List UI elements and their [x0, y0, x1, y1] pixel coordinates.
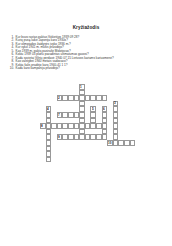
- cell-number: 7: [58, 113, 60, 116]
- grid-cell: [74, 134, 80, 140]
- grid-cell: [74, 112, 80, 118]
- cell-number: 2: [58, 96, 60, 99]
- crossword-grid: 12345678910: [40, 84, 136, 163]
- grid-cell-numbered: 10: [107, 140, 113, 146]
- cell-number: 3: [114, 101, 116, 104]
- grid-cell: [102, 95, 108, 101]
- clue-number: 10.: [9, 67, 14, 71]
- cell-number: 10: [108, 141, 111, 144]
- grid-cell: [74, 123, 80, 129]
- page-title: Kryžiažodis: [0, 25, 172, 30]
- clue-list: 1.Kur buvo rastas paktas Vokietijos 1939…: [9, 36, 159, 71]
- grid-cell: [130, 140, 136, 146]
- grid-cell: [46, 157, 52, 163]
- grid-cell: [85, 123, 91, 129]
- grid-cell: [96, 134, 102, 140]
- grid-cell: [74, 95, 80, 101]
- clue-item: 10.Kada karo kampanija prasidėjo?: [9, 67, 159, 71]
- cell-number: 1: [80, 85, 82, 88]
- cell-number: 4: [47, 107, 49, 110]
- clue-text: Kada karo kampanija prasidėjo?: [16, 67, 60, 71]
- grid-cell: [96, 123, 102, 129]
- grid-cell-numbered: 8: [40, 123, 46, 129]
- cell-number: 5: [92, 107, 94, 110]
- cell-number: 8: [41, 124, 43, 127]
- worksheet-page: Kryžiažodis 1.Kur buvo rastas paktas Vok…: [0, 0, 172, 246]
- cell-number: 9: [58, 135, 60, 138]
- cell-number: 6: [103, 107, 105, 110]
